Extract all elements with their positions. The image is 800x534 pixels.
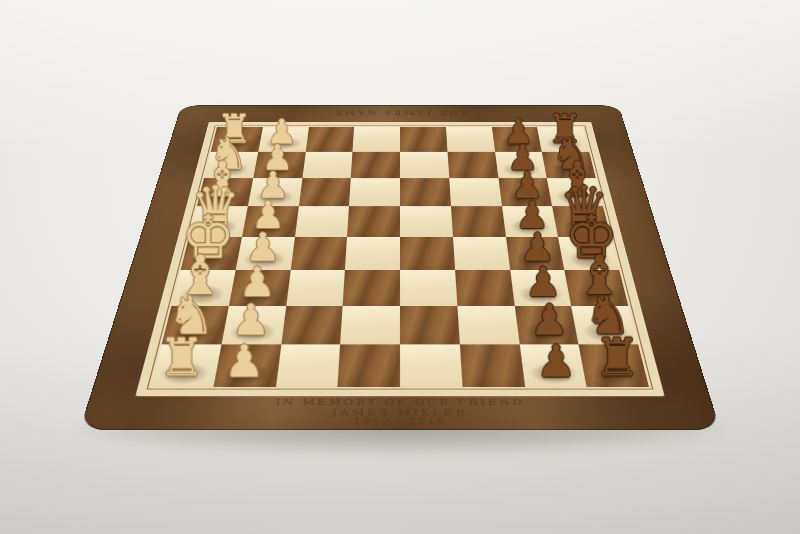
square-b2[interactable] [253, 152, 305, 178]
square-a5[interactable] [400, 127, 447, 152]
square-a6[interactable] [446, 127, 495, 152]
square-c4[interactable] [349, 178, 400, 206]
square-c2[interactable] [248, 178, 302, 206]
white-pawn-icon: ♟ [198, 338, 291, 383]
square-a2[interactable] [258, 127, 308, 152]
square-b4[interactable] [351, 152, 400, 178]
square-a3[interactable] [305, 127, 354, 152]
square-c6[interactable] [449, 178, 502, 206]
square-b5[interactable] [400, 152, 449, 178]
memorial-line-3: 1952 - 2010 [80, 418, 719, 428]
square-b3[interactable] [302, 152, 353, 178]
memorial-line-1: IN MEMORY OF OUR FRIEND [87, 397, 714, 407]
square-d5[interactable] [400, 206, 453, 237]
square-d4[interactable] [347, 206, 400, 237]
studio-background: THE JAMES GAME IN MEMORY OF OUR FRIEND J… [0, 0, 800, 534]
square-a4[interactable] [353, 127, 400, 152]
board-frame: THE JAMES GAME IN MEMORY OF OUR FRIEND J… [79, 105, 720, 430]
square-c5[interactable] [400, 178, 451, 206]
square-a8[interactable] [537, 127, 589, 152]
chess-board-3d: THE JAMES GAME IN MEMORY OF OUR FRIEND J… [79, 105, 720, 430]
square-b7[interactable] [495, 152, 547, 178]
square-c3[interactable] [298, 178, 351, 206]
memorial-line-2: JAMES MILLER [83, 407, 716, 417]
black-rook-icon: ♜ [571, 331, 664, 383]
square-b8[interactable] [542, 152, 596, 178]
memorial-engraving: IN MEMORY OF OUR FRIEND JAMES MILLER 195… [80, 397, 719, 427]
piece-black-rook-h8[interactable]: ♜ [579, 345, 650, 387]
square-b1[interactable] [204, 152, 258, 178]
square-a1[interactable] [211, 127, 263, 152]
piece-white-pawn-h2[interactable]: ♟ [213, 345, 281, 387]
square-c7[interactable] [498, 178, 552, 206]
square-b6[interactable] [447, 152, 498, 178]
square-a7[interactable] [491, 127, 541, 152]
